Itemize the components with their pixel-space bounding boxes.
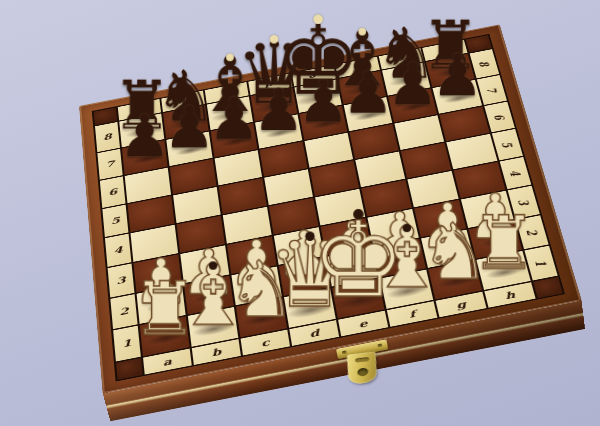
file-label-text: b [211,347,222,358]
file-label-f-bottom: f [387,301,438,327]
rank-label-5-right: 5 [492,129,523,160]
rank-label-text: 8 [103,132,112,141]
file-label-g-bottom: g [436,292,487,318]
file-label-h-bottom: h [484,282,535,307]
rank-label-text: 6 [492,113,506,121]
rank-label-6-right: 6 [484,102,515,133]
rank-label-text: 5 [500,141,514,149]
file-label-text: c [260,337,270,348]
file-label-c-bottom: c [241,330,290,356]
file-label-d-bottom: d [289,320,339,346]
file-label-text: h [439,46,450,55]
photo-scene: abcdefgh8877665544332211abcdefgh ♜♞♝♛♚♝♞… [0,0,600,426]
rank-label-text: 8 [478,60,492,67]
rank-label-text: 5 [111,216,121,226]
file-label-text: f [408,309,416,319]
file-label-text: d [309,328,320,339]
file-label-text: a [135,105,144,114]
file-label-text: g [455,299,467,310]
chess-board: abcdefgh8877665544332211abcdefgh ♜♞♝♛♚♝♞… [79,24,581,393]
rank-label-text: 7 [105,160,114,169]
rank-label-6-left: 6 [100,176,126,208]
latch-hasp-icon [347,351,377,384]
file-label-b-bottom: b [192,339,241,365]
rank-label-7-left: 7 [97,149,122,180]
file-label-text: d [265,80,275,89]
frame-corner [116,358,143,380]
rank-label-text: 7 [485,86,499,94]
file-label-text: h [504,290,516,301]
rank-label-text: 6 [108,187,117,197]
file-label-e-bottom: e [338,311,388,337]
rank-label-5-left: 5 [102,205,128,237]
file-label-text: e [358,318,368,329]
rank-label-8-left: 8 [95,122,120,152]
file-label-text: g [396,54,406,63]
file-label-text: e [309,71,318,80]
file-label-text: a [162,356,172,367]
latch-hole [357,367,368,376]
file-label-text: f [354,63,361,71]
file-label-text: c [222,88,230,97]
file-label-a-bottom: a [143,349,192,375]
frame-corner [533,277,563,298]
file-label-text: b [178,97,187,106]
rank-label-text: 4 [508,169,522,177]
